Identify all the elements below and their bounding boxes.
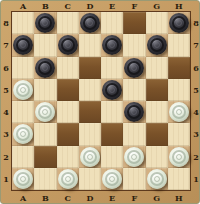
square-f5 [123, 79, 145, 101]
piece-ring-inner [87, 154, 93, 160]
square-e7[interactable] [101, 34, 123, 56]
square-c7[interactable] [57, 34, 79, 56]
square-e2 [101, 146, 123, 168]
square-a2 [12, 146, 34, 168]
rank-label-1: 1 [1, 168, 11, 190]
piece-ring-inner [20, 176, 26, 182]
white-man-e1[interactable] [102, 169, 122, 189]
rank-label-7: 7 [1, 34, 11, 56]
rank-label-5: 5 [1, 79, 11, 101]
file-label-d: D [79, 1, 101, 11]
file-labels-bottom: ABCDEFGH [12, 191, 190, 204]
piece-ring-inner [109, 87, 115, 93]
white-man-c1[interactable] [58, 169, 78, 189]
square-b1 [34, 168, 56, 190]
file-label-g: G [146, 191, 168, 204]
square-e5[interactable] [101, 79, 123, 101]
square-e1[interactable] [101, 168, 123, 190]
file-label-a: A [12, 1, 34, 11]
square-a7[interactable] [12, 34, 34, 56]
rank-label-6: 6 [191, 57, 200, 79]
square-g6 [146, 57, 168, 79]
piece-ring-inner [65, 176, 71, 182]
piece-ring-inner [176, 20, 182, 26]
square-a1[interactable] [12, 168, 34, 190]
square-d8[interactable] [79, 12, 101, 34]
square-b2[interactable] [34, 146, 56, 168]
rank-label-8: 8 [191, 12, 200, 34]
square-e8 [101, 12, 123, 34]
square-c5[interactable] [57, 79, 79, 101]
square-f2[interactable] [123, 146, 145, 168]
square-f7 [123, 34, 145, 56]
checkers-board-frame: ABCDEFGH ABCDEFGH 87654321 87654321 [0, 0, 200, 204]
square-g3[interactable] [146, 123, 168, 145]
file-label-a: A [12, 191, 34, 204]
rank-label-4: 4 [1, 101, 11, 123]
rank-label-4: 4 [191, 101, 200, 123]
piece-ring-inner [176, 154, 182, 160]
square-b3 [34, 123, 56, 145]
square-b8[interactable] [34, 12, 56, 34]
square-d4[interactable] [79, 101, 101, 123]
piece-ring-inner [176, 109, 182, 115]
square-c3[interactable] [57, 123, 79, 145]
square-g4 [146, 101, 168, 123]
square-h6[interactable] [168, 57, 190, 79]
piece-ring-inner [154, 176, 160, 182]
square-h1 [168, 168, 190, 190]
square-g5[interactable] [146, 79, 168, 101]
rank-label-3: 3 [191, 123, 200, 145]
rank-label-8: 8 [1, 12, 11, 34]
file-label-d: D [79, 191, 101, 204]
black-man-e7[interactable] [102, 35, 122, 55]
square-h4[interactable] [168, 101, 190, 123]
black-man-d8[interactable] [80, 13, 100, 33]
square-a8 [12, 12, 34, 34]
square-f1 [123, 168, 145, 190]
square-h5 [168, 79, 190, 101]
white-man-a3[interactable] [13, 124, 33, 144]
file-label-f: F [123, 1, 145, 11]
file-label-c: C [57, 191, 79, 204]
black-man-e5[interactable] [102, 80, 122, 100]
square-d6[interactable] [79, 57, 101, 79]
square-h8[interactable] [168, 12, 190, 34]
white-man-b4[interactable] [35, 102, 55, 122]
square-c8 [57, 12, 79, 34]
board[interactable] [11, 11, 191, 191]
square-f6[interactable] [123, 57, 145, 79]
square-d7 [79, 34, 101, 56]
white-man-h2[interactable] [169, 147, 189, 167]
rank-label-2: 2 [191, 146, 200, 168]
piece-ring-inner [87, 20, 93, 26]
file-label-h: H [168, 1, 190, 11]
square-e4 [101, 101, 123, 123]
rank-label-1: 1 [191, 168, 200, 190]
square-g8 [146, 12, 168, 34]
square-c1[interactable] [57, 168, 79, 190]
rank-label-6: 6 [1, 57, 11, 79]
file-label-c: C [57, 1, 79, 11]
square-d3 [79, 123, 101, 145]
rank-label-7: 7 [191, 34, 200, 56]
rank-labels-right: 87654321 [191, 12, 200, 190]
black-man-f4[interactable] [124, 102, 144, 122]
black-man-b6[interactable] [35, 58, 55, 78]
square-h7 [168, 34, 190, 56]
square-a3[interactable] [12, 123, 34, 145]
file-label-g: G [146, 1, 168, 11]
square-f8[interactable] [123, 12, 145, 34]
square-b6[interactable] [34, 57, 56, 79]
square-g1[interactable] [146, 168, 168, 190]
square-e6 [101, 57, 123, 79]
square-h3 [168, 123, 190, 145]
file-label-h: H [168, 191, 190, 204]
square-f3 [123, 123, 145, 145]
square-c4 [57, 101, 79, 123]
square-d2[interactable] [79, 146, 101, 168]
file-label-b: B [34, 1, 56, 11]
square-a4 [12, 101, 34, 123]
black-man-f6[interactable] [124, 58, 144, 78]
rank-labels-left: 87654321 [1, 12, 11, 190]
square-d1 [79, 168, 101, 190]
white-man-f2[interactable] [124, 147, 144, 167]
black-man-g7[interactable] [147, 35, 167, 55]
square-a6 [12, 57, 34, 79]
file-label-e: E [101, 1, 123, 11]
white-man-d2[interactable] [80, 147, 100, 167]
square-h2[interactable] [168, 146, 190, 168]
white-man-a5[interactable] [13, 80, 33, 100]
black-man-a7[interactable] [13, 35, 33, 55]
piece-ring-inner [109, 176, 115, 182]
square-c2 [57, 146, 79, 168]
square-a5[interactable] [12, 79, 34, 101]
black-man-b8[interactable] [35, 13, 55, 33]
square-e3[interactable] [101, 123, 123, 145]
square-d5 [79, 79, 101, 101]
file-labels-top: ABCDEFGH [12, 1, 190, 11]
square-f4[interactable] [123, 101, 145, 123]
square-b4[interactable] [34, 101, 56, 123]
white-man-h4[interactable] [169, 102, 189, 122]
white-man-g1[interactable] [147, 169, 167, 189]
file-label-f: F [123, 191, 145, 204]
white-man-a1[interactable] [13, 169, 33, 189]
square-g7[interactable] [146, 34, 168, 56]
piece-ring-inner [20, 87, 26, 93]
black-man-h8[interactable] [169, 13, 189, 33]
black-man-c7[interactable] [58, 35, 78, 55]
square-g2 [146, 146, 168, 168]
rank-label-2: 2 [1, 146, 11, 168]
rank-label-3: 3 [1, 123, 11, 145]
square-b5 [34, 79, 56, 101]
file-label-b: B [34, 191, 56, 204]
square-b7 [34, 34, 56, 56]
file-label-e: E [101, 191, 123, 204]
square-c6 [57, 57, 79, 79]
rank-label-5: 5 [191, 79, 200, 101]
